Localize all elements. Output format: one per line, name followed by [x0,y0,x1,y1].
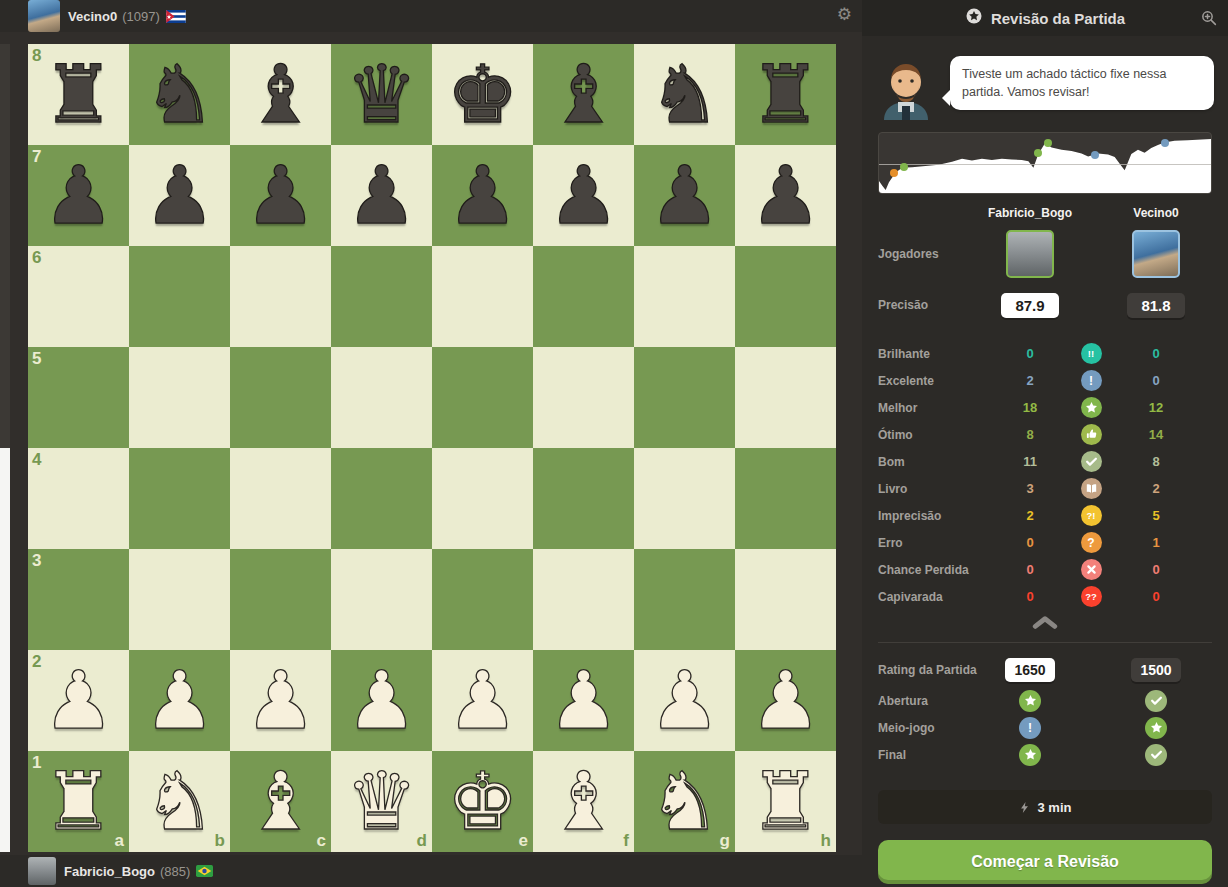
rank-label-4: 4 [32,450,41,470]
square-e6[interactable] [432,246,533,347]
square-b5[interactable] [129,347,230,448]
white-king-piece[interactable]: ♚ [432,751,533,852]
rank-label-6: 6 [32,248,41,268]
black-pawn-piece[interactable]: ♟ [432,145,533,246]
classification-label: Brilhante [878,347,1002,361]
square-g5[interactable] [634,347,735,448]
classification-row-capivarada: Capivarada0??0 [862,583,1228,610]
star-icon [1019,690,1041,712]
gear-icon[interactable]: ⚙ [837,4,852,25]
evaluation-bar [0,44,10,852]
coach-section: Tiveste um achado táctico fixe nessa par… [876,56,1214,120]
player-columns-header: Fabricio_Bogo Vecino0 [862,204,1228,222]
square-b6[interactable] [129,246,230,347]
square-e7[interactable]: ♟ [432,145,533,246]
black-pawn-piece[interactable]: ♟ [230,145,331,246]
rank-label-3: 3 [32,551,41,571]
black-pawn-piece[interactable]: ♟ [533,145,634,246]
black-knight-piece[interactable]: ♞ [129,44,230,145]
inaccuracy-icon: ?! [1081,505,1102,526]
square-f1[interactable]: f♝ [533,751,634,852]
square-b3[interactable] [129,549,230,650]
sidebar-title: Revisão da Partida [991,10,1125,27]
classification-row-melhor: Melhor1812 [862,394,1228,421]
classification-row-livro: Livro32 [862,475,1228,502]
square-b8[interactable]: ♞ [129,44,230,145]
white-pawn-piece[interactable]: ♟ [129,650,230,751]
double-exclam-icon: !! [1081,343,1102,364]
square-e1[interactable]: e♚ [432,751,533,852]
square-g4[interactable] [634,448,735,549]
square-e3[interactable] [432,549,533,650]
black-knight-piece[interactable]: ♞ [634,44,735,145]
right-count: 0 [1152,346,1159,361]
square-a1[interactable]: 1a♜ [28,751,129,852]
square-h8[interactable]: ♜ [735,44,836,145]
bottom-player-name[interactable]: Fabricio_Bogo [64,864,155,879]
square-c4[interactable] [230,448,331,549]
classification-row-ótimo: Ótimo814 [862,421,1228,448]
phase-label: Final [878,748,1002,762]
classification-row-bom: Bom118 [862,448,1228,475]
square-g3[interactable] [634,549,735,650]
left-accuracy-value: 87.9 [1001,293,1059,318]
right-count: 12 [1149,400,1163,415]
classification-label: Bom [878,455,1002,469]
square-c5[interactable] [230,347,331,448]
left-count: 2 [1026,373,1033,388]
match-rating-row: Rating da Partida 1650 1500 [862,653,1228,687]
white-rook-piece[interactable]: ♜ [735,751,836,852]
square-f5[interactable] [533,347,634,448]
move-classification-table: Brilhante0!!0Excelente2!0Melhor1812Ótimo… [862,340,1228,610]
white-bishop-piece[interactable]: ♝ [230,751,331,852]
classification-row-brilhante: Brilhante0!!0 [862,340,1228,367]
cuba-flag-icon [166,10,186,23]
left-count: 8 [1026,427,1033,442]
thumb-icon [1081,424,1102,445]
left-count: 0 [1026,562,1033,577]
board-pane: Vecino0 (1097) ⚙ 8♜♞♝♛♚♝♞♜7♟♟♟♟♟♟♟♟65432… [0,0,862,887]
right-count: 8 [1152,454,1159,469]
accuracy-label: Precisão [878,298,1002,312]
right-count: 0 [1152,373,1159,388]
white-rook-piece[interactable]: ♜ [28,751,129,852]
right-count: 5 [1152,508,1159,523]
right-count: 1 [1152,535,1159,550]
coach-avatar [876,56,936,120]
white-pawn-piece[interactable]: ♟ [331,650,432,751]
square-b7[interactable]: ♟ [129,145,230,246]
white-knight-piece[interactable]: ♞ [634,751,735,852]
square-b2[interactable]: ♟ [129,650,230,751]
start-review-label: Começar a Revisão [971,853,1119,871]
black-pawn-piece[interactable]: ♟ [129,145,230,246]
square-g2[interactable]: ♟ [634,650,735,751]
square-f2[interactable]: ♟ [533,650,634,751]
star-icon [1019,744,1041,766]
square-h4[interactable] [735,448,836,549]
square-g6[interactable] [634,246,735,347]
right-player-column-name: Vecino0 [1124,206,1188,220]
graph-move-dot[interactable] [1161,139,1169,147]
right-player-avatar[interactable] [1132,230,1180,278]
right-match-rating: 1500 [1131,658,1181,682]
bottom-player-bar: Fabricio_Bogo (885) [0,855,862,887]
bottom-player-avatar[interactable] [28,857,56,885]
square-e5[interactable] [432,347,533,448]
square-c6[interactable] [230,246,331,347]
classification-label: Ótimo [878,428,1002,442]
white-bishop-piece[interactable]: ♝ [533,751,634,852]
classification-label: Excelente [878,374,1002,388]
graph-move-dot[interactable] [890,169,898,177]
square-d3[interactable] [331,549,432,650]
black-rook-piece[interactable]: ♜ [735,44,836,145]
left-player-column-name: Fabricio_Bogo [1002,206,1058,220]
right-count: 0 [1152,562,1159,577]
evaluation-graph[interactable] [878,132,1212,194]
zoom-in-icon[interactable] [1200,9,1218,31]
square-a6[interactable]: 6 [28,246,129,347]
review-star-icon [965,7,983,29]
classification-row-excelente: Excelente2!0 [862,367,1228,394]
left-match-rating: 1650 [1005,658,1055,682]
white-pawn-piece[interactable]: ♟ [230,650,331,751]
top-player-bar: Vecino0 (1097) ⚙ [0,0,862,32]
classification-row-imprecisão: Imprecisão2?!5 [862,502,1228,529]
classification-label: Capivarada [878,590,1002,604]
top-player-name[interactable]: Vecino0 [68,9,117,24]
right-count: 14 [1149,427,1163,442]
game-review-sidebar: Revisão da Partida Tiveste um achado tác [862,0,1228,887]
evaluation-bar-white [0,448,10,852]
square-h3[interactable] [735,549,836,650]
time-control-button[interactable]: 3 min [878,790,1212,824]
left-count: 2 [1026,508,1033,523]
phase-row-final: Final [862,741,1228,768]
phase-row-abertura: Abertura [862,687,1228,714]
left-count: 11 [1023,454,1037,469]
white-pawn-piece[interactable]: ♟ [432,650,533,751]
section-divider [878,642,1212,643]
white-knight-piece[interactable]: ♞ [129,751,230,852]
book-icon [1081,478,1102,499]
square-d4[interactable] [331,448,432,549]
square-a5[interactable]: 5 [28,347,129,448]
square-f6[interactable] [533,246,634,347]
white-pawn-piece[interactable]: ♟ [28,650,129,751]
left-count: 3 [1026,481,1033,496]
square-c1[interactable]: c♝ [230,751,331,852]
phase-label: Abertura [878,694,1002,708]
left-count: 18 [1023,400,1037,415]
square-d8[interactable]: ♛ [331,44,432,145]
classification-label: Imprecisão [878,509,1002,523]
black-rook-piece[interactable]: ♜ [28,44,129,145]
phase-rows: AberturaMeio-jogo!Final [862,687,1228,768]
square-c3[interactable] [230,549,331,650]
match-rating-label: Rating da Partida [878,663,1002,677]
white-pawn-piece[interactable]: ♟ [735,650,836,751]
star-icon [1081,397,1102,418]
classification-row-chance-perdida: Chance Perdida00 [862,556,1228,583]
black-queen-piece[interactable]: ♛ [331,44,432,145]
square-d1[interactable]: d♛ [331,751,432,852]
square-d5[interactable] [331,347,432,448]
black-pawn-piece[interactable]: ♟ [28,145,129,246]
square-a7[interactable]: 7♟ [28,145,129,246]
left-count: 0 [1026,346,1033,361]
square-b1[interactable]: b♞ [129,751,230,852]
rank-label-5: 5 [32,349,41,369]
square-c2[interactable]: ♟ [230,650,331,751]
square-f7[interactable]: ♟ [533,145,634,246]
square-c8[interactable]: ♝ [230,44,331,145]
graph-midline [879,164,1211,165]
square-g8[interactable]: ♞ [634,44,735,145]
classification-label: Melhor [878,401,1002,415]
question-icon: ? [1081,532,1102,553]
game-review-page: Vecino0 (1097) ⚙ 8♜♞♝♛♚♝♞♜7♟♟♟♟♟♟♟♟65432… [0,0,1228,887]
square-a2[interactable]: 2♟ [28,650,129,751]
start-review-button[interactable]: Começar a Revisão [878,840,1212,884]
classification-label: Erro [878,536,1002,550]
check-icon [1145,744,1167,766]
top-player-avatar[interactable] [28,0,60,32]
top-player-rating: (1097) [122,9,160,24]
square-d2[interactable]: ♟ [331,650,432,751]
exclam-icon: ! [1081,370,1102,391]
brazil-flag-icon [196,865,213,877]
coach-speech-bubble: Tiveste um achado táctico fixe nessa par… [950,56,1214,110]
black-bishop-piece[interactable]: ♝ [533,44,634,145]
square-f4[interactable] [533,448,634,549]
square-g7[interactable]: ♟ [634,145,735,246]
phase-label: Meio-jogo [878,721,1002,735]
square-h5[interactable] [735,347,836,448]
square-a3[interactable]: 3 [28,549,129,650]
exclam-icon: ! [1019,717,1041,739]
black-pawn-piece[interactable]: ♟ [634,145,735,246]
left-player-avatar[interactable] [1006,230,1054,278]
graph-move-dot[interactable] [900,163,908,171]
square-h1[interactable]: h♜ [735,751,836,852]
bottom-player-rating: (885) [160,864,190,879]
star-icon [1145,717,1167,739]
cross-icon [1081,559,1102,580]
square-h7[interactable]: ♟ [735,145,836,246]
collapse-chevron[interactable] [862,614,1228,636]
graph-move-dot[interactable] [1091,151,1099,159]
graph-move-dot[interactable] [1044,139,1052,147]
white-queen-piece[interactable]: ♛ [331,751,432,852]
sidebar-header: Revisão da Partida [862,0,1228,36]
square-c7[interactable]: ♟ [230,145,331,246]
square-d7[interactable]: ♟ [331,145,432,246]
right-accuracy-value: 81.8 [1127,293,1185,318]
square-e2[interactable]: ♟ [432,650,533,751]
black-bishop-piece[interactable]: ♝ [230,44,331,145]
square-f3[interactable] [533,549,634,650]
phase-row-meio-jogo: Meio-jogo! [862,714,1228,741]
check-icon [1145,690,1167,712]
black-pawn-piece[interactable]: ♟ [331,145,432,246]
left-count: 0 [1026,589,1033,604]
square-h6[interactable] [735,246,836,347]
square-a4[interactable]: 4 [28,448,129,549]
classification-label: Livro [878,482,1002,496]
check-icon [1081,451,1102,472]
chess-board[interactable]: 8♜♞♝♛♚♝♞♜7♟♟♟♟♟♟♟♟65432♟♟♟♟♟♟♟♟1a♜b♞c♝d♛… [28,44,836,852]
players-row: Jogadores [862,226,1228,282]
square-e8[interactable]: ♚ [432,44,533,145]
classification-row-erro: Erro0?1 [862,529,1228,556]
white-pawn-piece[interactable]: ♟ [533,650,634,751]
graph-move-dot[interactable] [1034,149,1042,157]
square-d6[interactable] [331,246,432,347]
classification-label: Chance Perdida [878,563,1002,577]
square-a8[interactable]: 8♜ [28,44,129,145]
right-count: 2 [1152,481,1159,496]
accuracy-row: Precisão 87.9 81.8 [862,290,1228,320]
black-pawn-piece[interactable]: ♟ [735,145,836,246]
players-label: Jogadores [878,247,1002,261]
time-control-label: 3 min [1038,800,1072,815]
right-count: 0 [1152,589,1159,604]
square-f8[interactable]: ♝ [533,44,634,145]
white-pawn-piece[interactable]: ♟ [634,650,735,751]
double-question-icon: ?? [1081,586,1102,607]
left-count: 0 [1026,535,1033,550]
black-king-piece[interactable]: ♚ [432,44,533,145]
square-e4[interactable] [432,448,533,549]
square-b4[interactable] [129,448,230,549]
square-h2[interactable]: ♟ [735,650,836,751]
square-g1[interactable]: g♞ [634,751,735,852]
lightning-icon [1019,800,1030,815]
